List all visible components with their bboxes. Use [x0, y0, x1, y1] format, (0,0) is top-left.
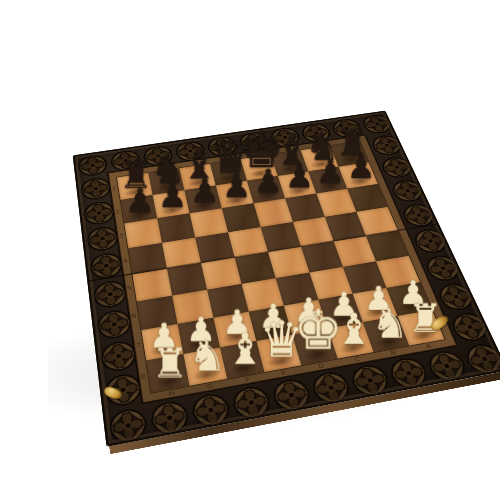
black-pawn[interactable]: ♟ [104, 184, 176, 217]
board-photo-scene: 12345678 HGFEDCBA ♜♞♝♛♚♝♞♜♟♟♟♟♟♟♟♟♟♟♟♟♟♟… [0, 0, 500, 500]
file-label-g: G [206, 383, 213, 391]
file-label-h: H [168, 390, 175, 398]
file-label-b: B [390, 349, 397, 356]
file-label-f: F [245, 376, 251, 383]
white-rook[interactable]: ♜ [131, 344, 208, 385]
file-label-a: A [425, 343, 433, 350]
file-label-d: D [317, 363, 325, 371]
file-label-e: E [281, 369, 288, 376]
square-h2[interactable]: ♟ [121, 195, 158, 223]
rank-label-5: 5 [124, 285, 135, 292]
rank-label-4: 4 [120, 258, 131, 265]
file-label-c: C [354, 356, 361, 363]
rank-label-3: 3 [116, 233, 127, 240]
